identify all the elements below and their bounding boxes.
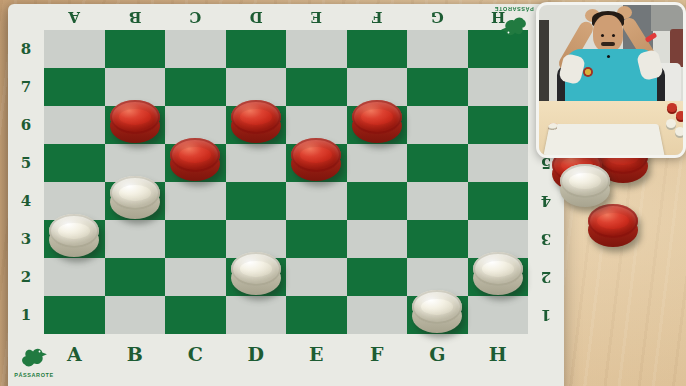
mini-piece-white-g1: [548, 123, 558, 128]
square-c5[interactable]: [165, 144, 226, 182]
square-e4[interactable]: [286, 182, 347, 220]
square-h6[interactable]: [468, 106, 529, 144]
corner-logo-top-right: PÁSSAROTE: [492, 6, 536, 38]
square-c3[interactable]: [165, 220, 226, 258]
mini-captured-red: [676, 111, 686, 120]
square-c7[interactable]: [165, 68, 226, 106]
square-f8[interactable]: [347, 30, 408, 68]
square-f3[interactable]: [347, 220, 408, 258]
square-f6[interactable]: [347, 106, 408, 144]
square-b1[interactable]: [105, 296, 166, 334]
square-b6[interactable]: [105, 106, 166, 144]
square-d4[interactable]: [226, 182, 287, 220]
square-a2[interactable]: [44, 258, 105, 296]
square-h4[interactable]: [468, 182, 529, 220]
square-e7[interactable]: [286, 68, 347, 106]
piece-white-h2[interactable]: [473, 252, 523, 296]
square-h1[interactable]: [468, 296, 529, 334]
rank-label-left-7: 7: [8, 68, 44, 106]
file-label-bottom-d: D: [226, 334, 287, 374]
square-g7[interactable]: [407, 68, 468, 106]
square-a1[interactable]: [44, 296, 105, 334]
rank-label-left-3: 3: [8, 220, 44, 258]
square-c8[interactable]: [165, 30, 226, 68]
file-label-bottom-c: C: [165, 334, 226, 374]
square-d2[interactable]: [226, 258, 287, 296]
rank-label-left-5: 5: [8, 144, 44, 182]
square-e1[interactable]: [286, 296, 347, 334]
file-label-top-f: F: [347, 4, 408, 30]
mini-board-grid: [547, 127, 662, 158]
square-h2[interactable]: [468, 258, 529, 296]
square-a7[interactable]: [44, 68, 105, 106]
rank-label-left-1: 1: [8, 296, 44, 334]
margin-corner: [528, 334, 564, 374]
mini-checkers-board: [542, 124, 666, 158]
rank-label-right-1: 1: [528, 296, 564, 334]
rank-label-left-8: 8: [8, 30, 44, 68]
square-b3[interactable]: [105, 220, 166, 258]
square-g5[interactable]: [407, 144, 468, 182]
piece-white-b4[interactable]: [110, 176, 160, 220]
mini-captured-white: [675, 127, 685, 136]
square-e3[interactable]: [286, 220, 347, 258]
file-label-top-g: G: [407, 4, 468, 30]
shirt-crest-badge: [583, 67, 593, 77]
file-label-top-b: B: [105, 4, 166, 30]
checkers-board: ABCDEFGH8877665544332211ABCDEFGH PÁSSARO…: [8, 4, 564, 386]
square-b4[interactable]: [105, 182, 166, 220]
square-d5[interactable]: [226, 144, 287, 182]
square-f2[interactable]: [347, 258, 408, 296]
square-a8[interactable]: [44, 30, 105, 68]
square-g4[interactable]: [407, 182, 468, 220]
piece-white-a3[interactable]: [49, 214, 99, 258]
rank-label-left-6: 6: [8, 106, 44, 144]
margin-corner: [8, 4, 44, 30]
board-grid: ABCDEFGH8877665544332211ABCDEFGH: [8, 4, 564, 374]
piece-red-c5[interactable]: [170, 138, 220, 182]
piece-red-f6[interactable]: [352, 100, 402, 144]
square-e5[interactable]: [286, 144, 347, 182]
square-g6[interactable]: [407, 106, 468, 144]
player-eye: [601, 34, 604, 37]
mini-captured-white: [666, 119, 676, 128]
file-label-bottom-e: E: [286, 334, 347, 374]
corner-logo-bottom-left: PÁSSAROTE: [12, 346, 56, 378]
square-f5[interactable]: [347, 144, 408, 182]
square-a5[interactable]: [44, 144, 105, 182]
square-b2[interactable]: [105, 258, 166, 296]
piece-red-d6[interactable]: [231, 100, 281, 144]
piece-white-g1[interactable]: [412, 290, 462, 334]
player-head: [593, 15, 623, 52]
square-d6[interactable]: [226, 106, 287, 144]
square-c2[interactable]: [165, 258, 226, 296]
file-label-bottom-f: F: [347, 334, 408, 374]
logo-brand-text: PÁSSAROTE: [12, 372, 56, 378]
square-h7[interactable]: [468, 68, 529, 106]
bird-icon: [497, 11, 531, 28]
file-label-bottom-b: B: [105, 334, 166, 374]
player-eye: [612, 34, 615, 37]
piece-red-b6[interactable]: [110, 100, 160, 144]
collar-mic-dot: [607, 55, 610, 58]
square-g8[interactable]: [407, 30, 468, 68]
loose-red-piece-on-table[interactable]: [588, 204, 638, 248]
rank-label-left-2: 2: [8, 258, 44, 296]
square-h5[interactable]: [468, 144, 529, 182]
shelf-dark-objects: [539, 20, 549, 108]
square-b8[interactable]: [105, 30, 166, 68]
square-f4[interactable]: [347, 182, 408, 220]
square-c4[interactable]: [165, 182, 226, 220]
piece-red-e5[interactable]: [291, 138, 341, 182]
piece-white-d2[interactable]: [231, 252, 281, 296]
square-c1[interactable]: [165, 296, 226, 334]
file-label-top-c: C: [165, 4, 226, 30]
player-mustache: [601, 42, 615, 46]
wall-upper-band: [651, 5, 686, 31]
square-e2[interactable]: [286, 258, 347, 296]
square-a6[interactable]: [44, 106, 105, 144]
bird-icon: [17, 356, 51, 373]
rank-label-right-2: 2: [528, 258, 564, 296]
square-f1[interactable]: [347, 296, 408, 334]
rank-label-left-4: 4: [8, 182, 44, 220]
rank-label-right-3: 3: [528, 220, 564, 258]
square-g3[interactable]: [407, 220, 468, 258]
file-label-bottom-h: H: [468, 334, 529, 374]
logo-brand-text: PÁSSAROTE: [492, 6, 536, 12]
mini-captured-red: [667, 103, 677, 112]
square-g1[interactable]: [407, 296, 468, 334]
square-d1[interactable]: [226, 296, 287, 334]
square-e8[interactable]: [286, 30, 347, 68]
file-label-top-e: E: [286, 4, 347, 30]
square-d8[interactable]: [226, 30, 287, 68]
webcam-inset: [536, 2, 686, 158]
file-label-top-a: A: [44, 4, 105, 30]
square-a3[interactable]: [44, 220, 105, 258]
stack-white-piece[interactable]: [560, 164, 610, 208]
background-object: [670, 29, 685, 67]
file-label-top-d: D: [226, 4, 287, 30]
file-label-bottom-g: G: [407, 334, 468, 374]
video-frame: ABCDEFGH8877665544332211ABCDEFGH PÁSSARO…: [0, 0, 686, 386]
